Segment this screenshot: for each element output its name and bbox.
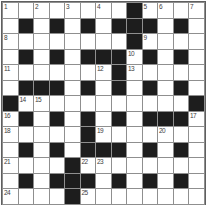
- cell-r2c7[interactable]: [96, 19, 111, 34]
- black-cell-r12c8: [112, 174, 127, 189]
- black-cell-r7c13: [189, 96, 204, 111]
- cell-r1c8[interactable]: [112, 3, 127, 18]
- cell-r6c5[interactable]: [65, 81, 80, 96]
- cell-r4c13[interactable]: [189, 50, 204, 65]
- cell-r13c6[interactable]: 25: [81, 189, 96, 204]
- cell-r1c13[interactable]: 7: [189, 3, 204, 18]
- cell-r3c4[interactable]: [50, 34, 65, 49]
- clue-number-17: 17: [190, 112, 196, 119]
- cell-r11c7[interactable]: 23: [96, 158, 111, 173]
- black-cell-r1c9: [127, 3, 142, 18]
- clue-number-18: 18: [4, 127, 10, 134]
- cell-r8c7[interactable]: [96, 112, 111, 127]
- cell-r7c8[interactable]: [112, 96, 127, 111]
- black-cell-r2c8: [112, 19, 127, 34]
- clue-number-10: 10: [128, 50, 134, 57]
- black-cell-r10c7: [96, 143, 111, 158]
- cell-r11c4[interactable]: [50, 158, 65, 173]
- black-cell-r12c6: [81, 174, 96, 189]
- black-cell-r12c10: [143, 174, 158, 189]
- clue-number-4: 4: [97, 3, 100, 10]
- cell-r7c12[interactable]: [174, 96, 189, 111]
- cell-r9c8[interactable]: [112, 127, 127, 142]
- cell-r7c7[interactable]: [96, 96, 111, 111]
- cell-r13c10[interactable]: [143, 189, 158, 204]
- black-cell-r10c8: [112, 143, 127, 158]
- cell-r5c13[interactable]: [189, 65, 204, 80]
- clue-number-23: 23: [97, 158, 103, 165]
- black-cell-r10c10: [143, 143, 158, 158]
- black-cell-r3c9: [127, 34, 142, 49]
- cell-r2c3[interactable]: [34, 19, 49, 34]
- cell-r10c1[interactable]: [3, 143, 18, 158]
- black-cell-r2c12: [174, 19, 189, 34]
- clue-number-9: 9: [144, 34, 147, 41]
- clue-number-16: 16: [4, 112, 10, 119]
- black-cell-r4c4: [50, 50, 65, 65]
- clue-number-1: 1: [4, 3, 7, 10]
- cell-r1c1[interactable]: 1: [3, 3, 18, 18]
- cell-r9c2[interactable]: [19, 127, 34, 142]
- clue-number-19: 19: [97, 127, 103, 134]
- cell-r3c13[interactable]: [189, 34, 204, 49]
- black-cell-r4c10: [143, 50, 158, 65]
- clue-number-11: 11: [4, 65, 10, 72]
- cell-r9c10[interactable]: [143, 127, 158, 142]
- cell-r9c13[interactable]: [189, 127, 204, 142]
- clue-number-14: 14: [20, 96, 26, 103]
- cell-r12c1[interactable]: [3, 174, 18, 189]
- black-cell-r8c10: [143, 112, 158, 127]
- black-cell-r12c12: [174, 174, 189, 189]
- clue-number-2: 2: [35, 3, 38, 10]
- cell-r13c3[interactable]: [34, 189, 49, 204]
- black-cell-r8c8: [112, 112, 127, 127]
- black-cell-r12c4: [50, 174, 65, 189]
- cell-r12c3[interactable]: [34, 174, 49, 189]
- cell-r1c7[interactable]: 4: [96, 3, 111, 18]
- cell-r5c10[interactable]: [143, 65, 158, 80]
- black-cell-r8c4: [50, 112, 65, 127]
- cell-r3c5[interactable]: [65, 34, 80, 49]
- cell-r9c9[interactable]: [127, 127, 142, 142]
- cell-r10c9[interactable]: [127, 143, 142, 158]
- cell-r11c2[interactable]: [19, 158, 34, 173]
- black-cell-r4c2: [19, 50, 34, 65]
- cell-r5c5[interactable]: [65, 65, 80, 80]
- clue-number-22: 22: [82, 158, 88, 165]
- black-cell-r6c3: [34, 81, 49, 96]
- black-cell-r4c6: [81, 50, 96, 65]
- cell-r12c11[interactable]: [158, 174, 173, 189]
- black-cell-r6c2: [19, 81, 34, 96]
- black-cell-r2c9: [127, 19, 142, 34]
- cell-r7c3[interactable]: 15: [34, 96, 49, 111]
- cell-r11c11[interactable]: [158, 158, 173, 173]
- black-cell-r2c2: [19, 19, 34, 34]
- black-cell-r8c2: [19, 112, 34, 127]
- cell-r6c11[interactable]: [158, 81, 173, 96]
- cell-r11c13[interactable]: [189, 158, 204, 173]
- cell-r13c1[interactable]: 24: [3, 189, 18, 204]
- clue-number-13: 13: [128, 65, 134, 72]
- cell-r3c7[interactable]: [96, 34, 111, 49]
- cell-r13c8[interactable]: [112, 189, 127, 204]
- cell-r11c8[interactable]: [112, 158, 127, 173]
- cell-r1c11[interactable]: 6: [158, 3, 173, 18]
- cell-r5c7[interactable]: 12: [96, 65, 111, 80]
- crossword-grid: 1234567891011121314151617181920212223242…: [1, 1, 206, 205]
- cell-r6c13[interactable]: [189, 81, 204, 96]
- cell-r3c2[interactable]: [19, 34, 34, 49]
- cell-r1c2[interactable]: [19, 3, 34, 18]
- black-cell-r4c8: [112, 50, 127, 65]
- cell-r5c1[interactable]: 11: [3, 65, 18, 80]
- cell-r1c10[interactable]: 5: [143, 3, 158, 18]
- clue-number-15: 15: [35, 96, 41, 103]
- cell-r4c9[interactable]: 10: [127, 50, 142, 65]
- cell-r3c8[interactable]: [112, 34, 127, 49]
- cell-r5c6[interactable]: [81, 65, 96, 80]
- black-cell-r5c8: [112, 65, 127, 80]
- cell-r8c9[interactable]: [127, 112, 142, 127]
- clue-number-3: 3: [66, 3, 69, 10]
- clue-number-12: 12: [97, 65, 103, 72]
- cell-r3c1[interactable]: 8: [3, 34, 18, 49]
- cell-r13c2[interactable]: [19, 189, 34, 204]
- black-cell-r6c10: [143, 81, 158, 96]
- black-cell-r6c6: [81, 81, 96, 96]
- black-cell-r6c8: [112, 81, 127, 96]
- clue-number-8: 8: [4, 34, 7, 41]
- black-cell-r12c2: [19, 174, 34, 189]
- black-cell-r10c2: [19, 143, 34, 158]
- black-cell-r4c12: [174, 50, 189, 65]
- clue-number-7: 7: [190, 3, 193, 10]
- black-cell-r2c10: [143, 19, 158, 34]
- cell-r13c13[interactable]: [189, 189, 204, 204]
- cell-r10c11[interactable]: [158, 143, 173, 158]
- black-cell-r2c4: [50, 19, 65, 34]
- cell-r9c11[interactable]: 20: [158, 127, 173, 142]
- cell-r10c5[interactable]: [65, 143, 80, 158]
- cell-r8c3[interactable]: [34, 112, 49, 127]
- cell-r3c10[interactable]: 9: [143, 34, 158, 49]
- cell-r5c2[interactable]: [19, 65, 34, 80]
- cell-r12c7[interactable]: [96, 174, 111, 189]
- cell-r13c12[interactable]: [174, 189, 189, 204]
- cell-r11c9[interactable]: [127, 158, 142, 173]
- cell-r7c5[interactable]: [65, 96, 80, 111]
- cell-r7c2[interactable]: 14: [19, 96, 34, 111]
- black-cell-r10c4: [50, 143, 65, 158]
- cell-r7c4[interactable]: [50, 96, 65, 111]
- cell-r9c7[interactable]: 19: [96, 127, 111, 142]
- cell-r11c3[interactable]: [34, 158, 49, 173]
- clue-number-20: 20: [159, 127, 165, 134]
- cell-r5c9[interactable]: 13: [127, 65, 142, 80]
- cell-r5c12[interactable]: [174, 65, 189, 80]
- cell-r13c9[interactable]: [127, 189, 142, 204]
- black-cell-r4c7: [96, 50, 111, 65]
- cell-r4c11[interactable]: [158, 50, 173, 65]
- black-cell-r10c12: [174, 143, 189, 158]
- cell-r1c6[interactable]: [81, 3, 96, 18]
- cell-r1c4[interactable]: [50, 3, 65, 18]
- cell-r5c4[interactable]: [50, 65, 65, 80]
- cell-r8c1[interactable]: 16: [3, 112, 18, 127]
- black-cell-r2c6: [81, 19, 96, 34]
- cell-r2c11[interactable]: [158, 19, 173, 34]
- black-cell-r6c12: [174, 81, 189, 96]
- cell-r13c11[interactable]: [158, 189, 173, 204]
- cell-r12c9[interactable]: [127, 174, 142, 189]
- cell-r6c1[interactable]: [3, 81, 18, 96]
- clue-number-24: 24: [4, 189, 10, 196]
- black-cell-r12c5: [65, 174, 80, 189]
- cell-r8c13[interactable]: 17: [189, 112, 204, 127]
- cell-r2c13[interactable]: [189, 19, 204, 34]
- clue-number-6: 6: [159, 3, 162, 10]
- cell-r5c11[interactable]: [158, 65, 173, 80]
- black-cell-r8c6: [81, 112, 96, 127]
- cell-r4c1[interactable]: [3, 50, 18, 65]
- cell-r6c9[interactable]: [127, 81, 142, 96]
- cell-r11c6[interactable]: 22: [81, 158, 96, 173]
- cell-r12c13[interactable]: [189, 174, 204, 189]
- cell-r9c4[interactable]: [50, 127, 65, 142]
- cell-r13c4[interactable]: [50, 189, 65, 204]
- black-cell-r6c4: [50, 81, 65, 96]
- clue-number-25: 25: [82, 189, 88, 196]
- cell-r11c1[interactable]: 21: [3, 158, 18, 173]
- clue-number-21: 21: [4, 158, 10, 165]
- cell-r1c5[interactable]: 3: [65, 3, 80, 18]
- cell-r11c10[interactable]: [143, 158, 158, 173]
- crossword-board-container: 1234567891011121314151617181920212223242…: [1, 1, 206, 205]
- cell-r9c1[interactable]: 18: [3, 127, 18, 142]
- cell-r2c1[interactable]: [3, 19, 18, 34]
- cell-r9c3[interactable]: [34, 127, 49, 142]
- cell-r7c6[interactable]: [81, 96, 96, 111]
- cell-r10c13[interactable]: [189, 143, 204, 158]
- cell-r7c9[interactable]: [127, 96, 142, 111]
- cell-r2c5[interactable]: [65, 19, 80, 34]
- black-cell-r8c11: [158, 112, 173, 127]
- cell-r7c10[interactable]: [143, 96, 158, 111]
- cell-r3c6[interactable]: [81, 34, 96, 49]
- black-cell-r11c5: [65, 158, 80, 173]
- cell-r3c3[interactable]: [34, 34, 49, 49]
- cell-r7c11[interactable]: [158, 96, 173, 111]
- cell-r13c7[interactable]: [96, 189, 111, 204]
- cell-r11c12[interactable]: [174, 158, 189, 173]
- clue-number-5: 5: [144, 3, 147, 10]
- cell-r4c3[interactable]: [34, 50, 49, 65]
- cell-r6c7[interactable]: [96, 81, 111, 96]
- cell-r4c5[interactable]: [65, 50, 80, 65]
- black-cell-r7c1: [3, 96, 18, 111]
- cell-r10c3[interactable]: [34, 143, 49, 158]
- cell-r9c12[interactable]: [174, 127, 189, 142]
- cell-r9c5[interactable]: [65, 127, 80, 142]
- cell-r3c11[interactable]: [158, 34, 173, 49]
- cell-r3c12[interactable]: [174, 34, 189, 49]
- cell-r1c3[interactable]: 2: [34, 3, 49, 18]
- black-cell-r9c6: [81, 127, 96, 142]
- black-cell-r13c5: [65, 189, 80, 204]
- black-cell-r10c6: [81, 143, 96, 158]
- black-cell-r8c12: [174, 112, 189, 127]
- cell-r8c5[interactable]: [65, 112, 80, 127]
- cell-r5c3[interactable]: [34, 65, 49, 80]
- cell-r1c12[interactable]: [174, 3, 189, 18]
